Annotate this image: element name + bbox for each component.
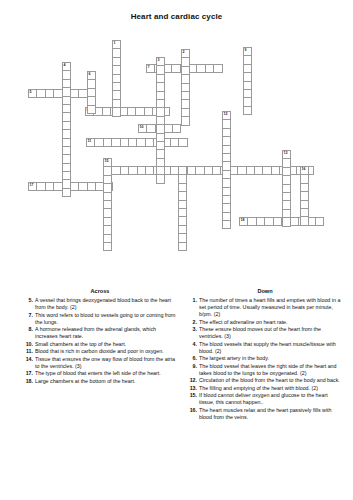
clue-item-text: Large chambers at the bottom of the hear… xyxy=(35,378,178,385)
crossword-cell[interactable] xyxy=(222,220,231,229)
clue-item-text: Tissue that ensures the one way flow of … xyxy=(35,356,178,370)
clue-number-label: 17 xyxy=(30,183,34,187)
clue-item-number: 5. xyxy=(22,297,35,311)
clue-item-text: If blood cannot deliver oxygen and gluco… xyxy=(199,392,344,406)
clue-item-number: 4. xyxy=(186,341,199,355)
clue-item-text: The type of blood that enters the left s… xyxy=(35,370,178,377)
crossword-strip-down15: 15 xyxy=(103,158,112,251)
clue-item: 3.These ensure blood moves out of the he… xyxy=(186,326,344,340)
clue-item-number: 9. xyxy=(186,363,199,377)
clue-number-label: 12 xyxy=(224,112,228,116)
crossword-strip-down3: 3 xyxy=(156,57,165,184)
clue-number-label: 1 xyxy=(114,41,116,45)
clue-number-label: 15 xyxy=(105,159,109,163)
crossword-cell[interactable] xyxy=(112,107,121,116)
clue-number-label: 5 xyxy=(30,90,32,94)
clue-number-label: 3 xyxy=(158,58,160,62)
clue-item-text: These ensure blood moves out of the hear… xyxy=(199,326,344,340)
crossword-strip-down-extra xyxy=(178,166,187,251)
clue-item-text: The largest artery in the body. xyxy=(199,355,344,362)
down-header: Down xyxy=(186,288,344,295)
clue-item: 2.The effect of adrenaline on heart rate… xyxy=(186,319,344,326)
clue-item: 9.The blood vessel that leaves the right… xyxy=(186,363,344,377)
crossword-strip-across11: 11 xyxy=(86,138,188,147)
crossword-strip-down4: 4 xyxy=(62,62,71,197)
clue-item: 8.A hormone released from the adrenal gl… xyxy=(22,326,178,340)
clue-item: 17.The type of blood that enters the lef… xyxy=(22,370,178,377)
clue-item: 12.Circulation of the blood from the hea… xyxy=(186,377,344,384)
clue-item-text: Blood that is rich in carbon dioxide and… xyxy=(35,348,178,355)
crossword-strip-down13: 13 xyxy=(282,150,291,227)
clue-number-label: 4 xyxy=(64,63,66,67)
clue-item-number: 1. xyxy=(186,297,199,318)
crossword-cell[interactable] xyxy=(87,105,96,114)
clue-item-number: 6. xyxy=(186,355,199,362)
clue-item: 16.The heart muscles relax and the heart… xyxy=(186,407,344,421)
crossword-cell[interactable] xyxy=(178,138,187,147)
crossword-cell[interactable] xyxy=(282,217,291,226)
clue-item-number: 10. xyxy=(22,341,35,348)
clue-item-text: The number of times a heart fills and em… xyxy=(199,297,344,318)
clue-item: 5.A vessel that brings deoxygenated bloo… xyxy=(22,297,178,311)
clue-number-label: 7 xyxy=(148,65,150,69)
clue-item: 6.The largest artery in the body. xyxy=(186,355,344,362)
clue-item-number: 15. xyxy=(186,392,199,406)
clue-item: 11.Blood that is rich in carbon dioxide … xyxy=(22,348,178,355)
crossword-cell[interactable] xyxy=(315,217,324,226)
crossword-cell[interactable] xyxy=(243,106,252,115)
clue-number-label: 13 xyxy=(284,151,288,155)
crossword-strip-down2: 2 xyxy=(181,49,190,126)
clue-item: 4.The blood vessels that supply the hear… xyxy=(186,341,344,355)
clue-number-label: 6 xyxy=(89,72,91,76)
clue-item-number: 3. xyxy=(186,326,199,340)
clue-item-text: The blood vessel that leaves the right s… xyxy=(199,363,344,377)
clue-list-down: Down 1.The number of times a heart fills… xyxy=(186,288,344,421)
clue-item-number: 13. xyxy=(186,385,199,392)
clue-item: 14.Tissue that ensures the one way flow … xyxy=(22,356,178,370)
clue-item-text: A vessel that brings deoxygenated blood … xyxy=(35,297,178,311)
clue-item-text: Small chambers at the top of the heart. xyxy=(35,341,178,348)
clue-item: 1.The number of times a heart fills and … xyxy=(186,297,344,318)
clue-number-label: 16 xyxy=(302,167,306,171)
clue-item-text: The effect of adrenaline on heart rate. xyxy=(199,319,344,326)
clue-item: 18.Large chambers at the bottom of the h… xyxy=(22,378,178,385)
clue-item: 13.The filling and emptying of the heart… xyxy=(186,385,344,392)
clue-number-label: 18 xyxy=(241,218,245,222)
clue-item-text: A hormone released from the adrenal glan… xyxy=(35,326,178,340)
crossword-strip-down12: 12 xyxy=(222,111,231,229)
clue-list-across: Across 5.A vessel that brings deoxygenat… xyxy=(22,288,178,385)
clue-item-number: 18. xyxy=(22,378,35,385)
clue-number-label: 9 xyxy=(245,48,247,52)
crossword-cell[interactable] xyxy=(172,124,181,133)
clue-item-number: 11. xyxy=(22,348,35,355)
clue-item-number: 2. xyxy=(186,319,199,326)
clue-item-text: Circulation of the blood from the heart … xyxy=(199,377,344,384)
clue-item-text: The filling and emptying of the heart wi… xyxy=(199,385,344,392)
crossword-strip-down6: 6 xyxy=(87,71,96,114)
crossword-cell[interactable] xyxy=(181,116,190,125)
clue-number-label: 2 xyxy=(183,50,185,54)
crossword-cell[interactable] xyxy=(156,174,165,183)
clue-item-text: This word refers to blood to vessels goi… xyxy=(35,312,178,326)
crossword-grid: 578101114171812346912131516 xyxy=(0,0,353,290)
clue-item-text: The heart muscles relax and the heart pa… xyxy=(199,407,344,421)
clue-number-label: 10 xyxy=(140,125,144,129)
clue-item: 7.This word refers to blood to vessels g… xyxy=(22,312,178,326)
clue-number-label: 11 xyxy=(88,139,92,143)
clue-item-number: 14. xyxy=(22,356,35,370)
clue-item-number: 7. xyxy=(22,312,35,326)
clue-item-number: 12. xyxy=(186,377,199,384)
clue-item-text: The blood vessels that supply the heart … xyxy=(199,341,344,355)
across-header: Across xyxy=(22,288,178,295)
clue-item: 10.Small chambers at the top of the hear… xyxy=(22,341,178,348)
crossword-strip-down1: 1 xyxy=(112,40,121,117)
crossword-strip-down9: 9 xyxy=(243,47,252,115)
crossword-cell[interactable] xyxy=(62,188,71,197)
crossword-cell[interactable] xyxy=(103,242,112,251)
clue-item-number: 17. xyxy=(22,370,35,377)
clue-item: 15.If blood cannot deliver oxygen and gl… xyxy=(186,392,344,406)
clue-item-number: 16. xyxy=(186,407,199,421)
clue-item-number: 8. xyxy=(22,326,35,340)
crossword-strip-down16: 16 xyxy=(300,166,309,226)
crossword-cell[interactable] xyxy=(300,216,309,225)
crossword-cell[interactable] xyxy=(213,64,222,73)
crossword-cell[interactable] xyxy=(178,242,187,251)
